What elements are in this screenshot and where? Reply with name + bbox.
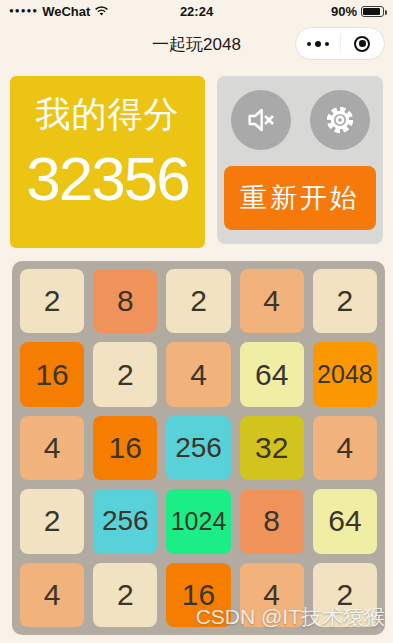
tile-r2c3: 4 bbox=[166, 342, 230, 406]
restart-button[interactable]: 重新开始 bbox=[224, 166, 376, 230]
score-label: 我的得分 bbox=[10, 91, 205, 138]
status-left: ●●●●● WeChat bbox=[9, 0, 109, 22]
status-bar: ●●●●● WeChat 22:24 90% bbox=[0, 0, 393, 22]
tile-r1c5: 2 bbox=[313, 269, 377, 333]
battery-nub bbox=[385, 10, 388, 15]
tile-r3c1: 4 bbox=[20, 416, 84, 480]
tile-r4c5: 64 bbox=[313, 489, 377, 553]
tile-r4c2: 256 bbox=[93, 489, 157, 553]
tile-r3c4: 32 bbox=[240, 416, 304, 480]
tile-r2c5: 2048 bbox=[313, 342, 377, 406]
tile-r4c3: 1024 bbox=[166, 489, 230, 553]
settings-button[interactable] bbox=[310, 90, 370, 150]
tile-r4c1: 2 bbox=[20, 489, 84, 553]
tile-r3c3: 256 bbox=[166, 416, 230, 480]
status-right: 90% bbox=[331, 4, 384, 19]
target-icon bbox=[354, 36, 370, 52]
tile-r4c4: 8 bbox=[240, 489, 304, 553]
battery-icon bbox=[361, 6, 384, 17]
wechat-capsule bbox=[295, 27, 385, 60]
tile-r2c1: 16 bbox=[20, 342, 84, 406]
speaker-muted-icon bbox=[245, 104, 277, 136]
carrier-label: WeChat bbox=[42, 4, 90, 19]
tile-r5c2: 2 bbox=[93, 563, 157, 627]
tile-r1c2: 8 bbox=[93, 269, 157, 333]
score-card: 我的得分 32356 bbox=[10, 76, 205, 248]
control-panel: 重新开始 bbox=[217, 76, 383, 244]
tile-r1c1: 2 bbox=[20, 269, 84, 333]
gear-icon bbox=[323, 103, 357, 137]
tile-r3c5: 4 bbox=[313, 416, 377, 480]
more-menu-button[interactable] bbox=[296, 28, 340, 59]
battery-percent-label: 90% bbox=[331, 4, 357, 19]
battery-fill bbox=[363, 8, 380, 15]
top-panels: 我的得分 32356 重新开始 bbox=[0, 67, 393, 248]
tile-r2c4: 64 bbox=[240, 342, 304, 406]
tile-r5c4: 4 bbox=[240, 563, 304, 627]
wifi-icon bbox=[94, 6, 109, 17]
ellipsis-icon bbox=[307, 41, 329, 47]
close-minibar-button[interactable] bbox=[341, 28, 385, 59]
game-board-2048[interactable]: 2824216246420484162563242256102486442164… bbox=[12, 261, 385, 635]
tile-r5c1: 4 bbox=[20, 563, 84, 627]
tile-r3c2: 16 bbox=[93, 416, 157, 480]
signal-dots-icon: ●●●●● bbox=[9, 0, 38, 22]
tile-r1c4: 4 bbox=[240, 269, 304, 333]
mute-sound-button[interactable] bbox=[231, 90, 291, 150]
tile-r5c3: 16 bbox=[166, 563, 230, 627]
tile-r5c5: 2 bbox=[313, 563, 377, 627]
tile-r1c3: 2 bbox=[166, 269, 230, 333]
nav-bar: 一起玩2048 bbox=[0, 22, 393, 67]
score-value: 32356 bbox=[10, 148, 205, 210]
tile-r2c2: 2 bbox=[93, 342, 157, 406]
circle-button-row bbox=[231, 90, 370, 150]
